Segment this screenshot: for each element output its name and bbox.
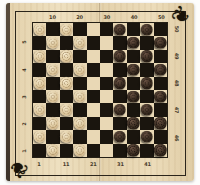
light-square-r3c7[interactable]: [113, 50, 126, 63]
light-square-r3c5[interactable]: [87, 50, 100, 63]
square-50[interactable]: [154, 23, 167, 36]
light-checker[interactable]: [33, 131, 45, 143]
square-27[interactable]: [100, 103, 113, 116]
square-29[interactable]: [100, 50, 113, 63]
light-square-r1c7[interactable]: [113, 23, 126, 36]
square-37[interactable]: [127, 103, 140, 116]
square-18[interactable]: [73, 77, 86, 90]
square-25[interactable]: [87, 36, 100, 49]
board-side-edge: [6, 3, 10, 181]
light-square-r8c4[interactable]: [73, 117, 86, 130]
light-square-r5c7[interactable]: [113, 77, 126, 90]
board-photo: ❦ ❦ 1020304050111213141543215049484746: [0, 0, 200, 185]
square-43[interactable]: [140, 90, 153, 103]
dark-checker[interactable]: [114, 23, 126, 35]
light-square-r5c1[interactable]: [33, 77, 46, 90]
square-33[interactable]: [113, 90, 126, 103]
light-square-r1c9[interactable]: [140, 23, 153, 36]
dark-checker[interactable]: [154, 117, 166, 129]
square-15[interactable]: [60, 36, 73, 49]
light-square-r6c10[interactable]: [154, 90, 167, 103]
dark-checker[interactable]: [114, 131, 126, 143]
light-square-r4c6[interactable]: [100, 63, 113, 76]
light-square-r10c8[interactable]: [127, 144, 140, 157]
dark-checker[interactable]: [154, 90, 166, 102]
light-square-r4c4[interactable]: [73, 63, 86, 76]
square-8[interactable]: [46, 77, 59, 90]
light-square-r9c3[interactable]: [60, 130, 73, 143]
light-square-r4c8[interactable]: [127, 63, 140, 76]
square-12[interactable]: [60, 117, 73, 130]
light-checker[interactable]: [60, 50, 72, 62]
light-checker[interactable]: [74, 117, 86, 129]
light-checker[interactable]: [60, 104, 72, 116]
dark-checker[interactable]: [127, 90, 139, 102]
square-3[interactable]: [33, 90, 46, 103]
light-square-r7c7[interactable]: [113, 103, 126, 116]
dark-checker[interactable]: [154, 144, 166, 156]
square-17[interactable]: [73, 103, 86, 116]
dark-checker[interactable]: [154, 37, 166, 49]
dark-checker[interactable]: [114, 77, 126, 89]
light-square-r10c10[interactable]: [154, 144, 167, 157]
light-square-r10c2[interactable]: [46, 144, 59, 157]
light-square-r9c9[interactable]: [140, 130, 153, 143]
light-checker[interactable]: [74, 64, 86, 76]
square-5[interactable]: [33, 36, 46, 49]
light-square-r5c5[interactable]: [87, 77, 100, 90]
square-1[interactable]: [33, 144, 46, 157]
light-square-r4c10[interactable]: [154, 63, 167, 76]
light-square-r4c2[interactable]: [46, 63, 59, 76]
square-41[interactable]: [140, 144, 153, 157]
light-square-r7c3[interactable]: [60, 103, 73, 116]
square-48[interactable]: [154, 77, 167, 90]
square-23[interactable]: [87, 90, 100, 103]
light-square-r2c6[interactable]: [100, 36, 113, 49]
light-checker[interactable]: [74, 90, 86, 102]
light-square-r8c2[interactable]: [46, 117, 59, 130]
light-checker[interactable]: [47, 90, 59, 102]
light-checker[interactable]: [60, 77, 72, 89]
square-14[interactable]: [60, 63, 73, 76]
square-35[interactable]: [113, 36, 126, 49]
square-30[interactable]: [100, 23, 113, 36]
light-square-r3c3[interactable]: [60, 50, 73, 63]
light-square-r7c5[interactable]: [87, 103, 100, 116]
light-checker[interactable]: [33, 77, 45, 89]
dark-checker[interactable]: [141, 131, 153, 143]
light-checker[interactable]: [47, 37, 59, 49]
square-21[interactable]: [87, 144, 100, 157]
square-13[interactable]: [60, 90, 73, 103]
light-square-r2c2[interactable]: [46, 36, 59, 49]
square-10[interactable]: [46, 23, 59, 36]
square-20[interactable]: [73, 23, 86, 36]
dark-checker[interactable]: [141, 23, 153, 35]
dark-checker[interactable]: [114, 50, 126, 62]
dark-checker[interactable]: [141, 104, 153, 116]
square-36[interactable]: [127, 130, 140, 143]
square-7[interactable]: [46, 103, 59, 116]
dark-checker[interactable]: [141, 77, 153, 89]
light-checker[interactable]: [60, 131, 72, 143]
square-32[interactable]: [113, 117, 126, 130]
light-checker[interactable]: [47, 64, 59, 76]
light-square-r6c6[interactable]: [100, 90, 113, 103]
square-28[interactable]: [100, 77, 113, 90]
square-19[interactable]: [73, 50, 86, 63]
square-31[interactable]: [113, 144, 126, 157]
light-checker[interactable]: [74, 37, 86, 49]
light-square-r1c5[interactable]: [87, 23, 100, 36]
dark-checker[interactable]: [127, 117, 139, 129]
square-26[interactable]: [100, 130, 113, 143]
light-checker[interactable]: [74, 144, 86, 156]
light-square-r1c3[interactable]: [60, 23, 73, 36]
light-square-r7c9[interactable]: [140, 103, 153, 116]
draughts-board: ❦ ❦ 1020304050111213141543215049484746: [6, 3, 194, 181]
square-24[interactable]: [87, 63, 100, 76]
square-4[interactable]: [33, 63, 46, 76]
dark-checker[interactable]: [114, 104, 126, 116]
board-grid: [32, 22, 168, 158]
square-38[interactable]: [127, 77, 140, 90]
square-11[interactable]: [60, 144, 73, 157]
light-square-r10c6[interactable]: [100, 144, 113, 157]
light-checker[interactable]: [33, 50, 45, 62]
dark-checker[interactable]: [154, 64, 166, 76]
square-16[interactable]: [73, 130, 86, 143]
light-square-r3c9[interactable]: [140, 50, 153, 63]
square-49[interactable]: [154, 50, 167, 63]
light-checker[interactable]: [47, 144, 59, 156]
square-22[interactable]: [87, 117, 100, 130]
square-47[interactable]: [154, 103, 167, 116]
light-checker[interactable]: [33, 104, 45, 116]
square-46[interactable]: [154, 130, 167, 143]
light-square-r5c9[interactable]: [140, 77, 153, 90]
light-square-r8c6[interactable]: [100, 117, 113, 130]
square-34[interactable]: [113, 63, 126, 76]
square-40[interactable]: [127, 23, 140, 36]
light-square-r9c1[interactable]: [33, 130, 46, 143]
light-square-r2c8[interactable]: [127, 36, 140, 49]
light-square-r5c3[interactable]: [60, 77, 73, 90]
square-45[interactable]: [140, 36, 153, 49]
square-42[interactable]: [140, 117, 153, 130]
square-44[interactable]: [140, 63, 153, 76]
dark-checker[interactable]: [127, 37, 139, 49]
light-checker[interactable]: [47, 117, 59, 129]
square-39[interactable]: [127, 50, 140, 63]
light-square-r9c7[interactable]: [113, 130, 126, 143]
light-square-r2c10[interactable]: [154, 36, 167, 49]
light-square-r6c4[interactable]: [73, 90, 86, 103]
light-square-r7c1[interactable]: [33, 103, 46, 116]
square-9[interactable]: [46, 50, 59, 63]
square-6[interactable]: [46, 130, 59, 143]
light-square-r2c4[interactable]: [73, 36, 86, 49]
light-checker[interactable]: [60, 23, 72, 35]
light-square-r6c2[interactable]: [46, 90, 59, 103]
light-checker[interactable]: [33, 23, 45, 35]
light-square-r6c8[interactable]: [127, 90, 140, 103]
light-square-r1c1[interactable]: [33, 23, 46, 36]
dark-checker[interactable]: [127, 64, 139, 76]
dark-checker[interactable]: [141, 50, 153, 62]
light-square-r10c4[interactable]: [73, 144, 86, 157]
light-square-r8c8[interactable]: [127, 117, 140, 130]
light-square-r3c1[interactable]: [33, 50, 46, 63]
dark-checker[interactable]: [127, 144, 139, 156]
light-square-r9c5[interactable]: [87, 130, 100, 143]
square-2[interactable]: [33, 117, 46, 130]
light-square-r8c10[interactable]: [154, 117, 167, 130]
